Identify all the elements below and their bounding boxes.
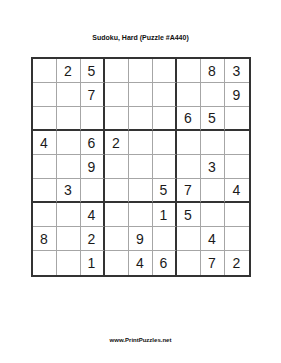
sudoku-cell-r2c7 <box>177 83 201 107</box>
sudoku-cell-r7c3: 4 <box>81 203 105 227</box>
sudoku-cell-r1c3: 5 <box>81 59 105 83</box>
sudoku-grid: 25837965462933574415829414672 <box>31 57 251 277</box>
sudoku-cell-r5c8: 3 <box>201 155 225 179</box>
sudoku-cell-r3c7: 6 <box>177 107 201 131</box>
sudoku-cell-r7c4 <box>105 203 129 227</box>
sudoku-cell-r8c7 <box>177 227 201 251</box>
sudoku-cell-r3c4 <box>105 107 129 131</box>
sudoku-cell-r2c4 <box>105 83 129 107</box>
sudoku-cell-r1c7 <box>177 59 201 83</box>
sudoku-cell-r9c3: 1 <box>81 251 105 275</box>
sudoku-cell-r3c8: 5 <box>201 107 225 131</box>
sudoku-cell-r9c1 <box>33 251 57 275</box>
sudoku-cell-r1c2: 2 <box>57 59 81 83</box>
sudoku-cell-r3c3 <box>81 107 105 131</box>
sudoku-cell-r1c5 <box>129 59 153 83</box>
sudoku-cell-r2c5 <box>129 83 153 107</box>
footer-website-text: www.PrintPuzzles.net <box>0 337 281 343</box>
sudoku-cell-r5c7 <box>177 155 201 179</box>
sudoku-cell-r7c8 <box>201 203 225 227</box>
sudoku-cell-r6c8 <box>201 179 225 203</box>
sudoku-page: Sudoku, Hard (Puzzle #A440) 258379654629… <box>0 0 281 363</box>
sudoku-cell-r6c1 <box>33 179 57 203</box>
sudoku-cell-r1c6 <box>153 59 177 83</box>
sudoku-cell-r1c4 <box>105 59 129 83</box>
sudoku-cell-r5c2 <box>57 155 81 179</box>
sudoku-cell-r9c6: 6 <box>153 251 177 275</box>
sudoku-cell-r9c7 <box>177 251 201 275</box>
sudoku-cell-r8c9 <box>225 227 249 251</box>
sudoku-cell-r6c3 <box>81 179 105 203</box>
sudoku-cell-r7c9 <box>225 203 249 227</box>
sudoku-cell-r4c4: 2 <box>105 131 129 155</box>
sudoku-cell-r8c4 <box>105 227 129 251</box>
sudoku-cell-r9c4 <box>105 251 129 275</box>
sudoku-cell-r2c6 <box>153 83 177 107</box>
puzzle-title: Sudoku, Hard (Puzzle #A440) <box>0 34 281 41</box>
sudoku-cell-r6c6: 5 <box>153 179 177 203</box>
sudoku-cell-r4c9 <box>225 131 249 155</box>
sudoku-cell-r9c9: 2 <box>225 251 249 275</box>
sudoku-cell-r2c2 <box>57 83 81 107</box>
sudoku-cell-r5c1 <box>33 155 57 179</box>
sudoku-cell-r1c8: 8 <box>201 59 225 83</box>
sudoku-cell-r5c9 <box>225 155 249 179</box>
sudoku-cell-r2c1 <box>33 83 57 107</box>
sudoku-cell-r4c1: 4 <box>33 131 57 155</box>
sudoku-cell-r5c4 <box>105 155 129 179</box>
sudoku-cell-r3c5 <box>129 107 153 131</box>
sudoku-cell-r5c6 <box>153 155 177 179</box>
sudoku-cell-r5c5 <box>129 155 153 179</box>
sudoku-cell-r8c3: 2 <box>81 227 105 251</box>
sudoku-cell-r9c8: 7 <box>201 251 225 275</box>
sudoku-cell-r2c8 <box>201 83 225 107</box>
sudoku-cell-r3c9 <box>225 107 249 131</box>
sudoku-cell-r3c6 <box>153 107 177 131</box>
sudoku-cell-r4c6 <box>153 131 177 155</box>
sudoku-cell-r2c3: 7 <box>81 83 105 107</box>
sudoku-cell-r8c6 <box>153 227 177 251</box>
sudoku-cell-r9c5: 4 <box>129 251 153 275</box>
sudoku-cell-r5c3: 9 <box>81 155 105 179</box>
sudoku-cell-r6c7: 7 <box>177 179 201 203</box>
sudoku-cell-r6c9: 4 <box>225 179 249 203</box>
sudoku-cell-r7c1 <box>33 203 57 227</box>
sudoku-cell-r8c5: 9 <box>129 227 153 251</box>
sudoku-cell-r4c8 <box>201 131 225 155</box>
sudoku-cell-r7c5 <box>129 203 153 227</box>
sudoku-cell-r3c2 <box>57 107 81 131</box>
sudoku-cell-r7c7: 5 <box>177 203 201 227</box>
sudoku-cell-r7c6: 1 <box>153 203 177 227</box>
sudoku-cell-r3c1 <box>33 107 57 131</box>
sudoku-cell-r9c2 <box>57 251 81 275</box>
sudoku-cell-r4c7 <box>177 131 201 155</box>
sudoku-cell-r6c2: 3 <box>57 179 81 203</box>
sudoku-cell-r7c2 <box>57 203 81 227</box>
sudoku-cell-r4c5 <box>129 131 153 155</box>
sudoku-cell-r8c1: 8 <box>33 227 57 251</box>
sudoku-cell-r4c3: 6 <box>81 131 105 155</box>
sudoku-cell-r8c8: 4 <box>201 227 225 251</box>
sudoku-cell-r6c4 <box>105 179 129 203</box>
sudoku-cell-r2c9: 9 <box>225 83 249 107</box>
sudoku-cell-r4c2 <box>57 131 81 155</box>
sudoku-cell-r1c1 <box>33 59 57 83</box>
sudoku-cell-r8c2 <box>57 227 81 251</box>
sudoku-cell-r6c5 <box>129 179 153 203</box>
sudoku-cell-r1c9: 3 <box>225 59 249 83</box>
